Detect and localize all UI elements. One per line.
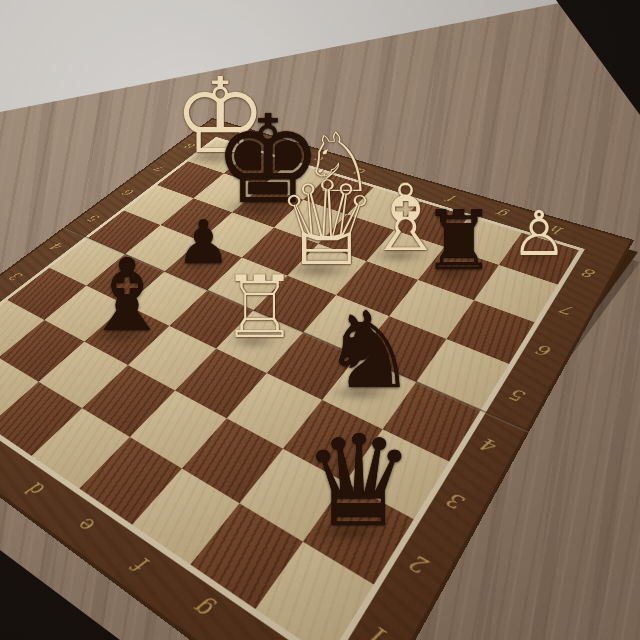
- rank-label-left-6: 6: [120, 188, 137, 199]
- rank-label-right-6: 6: [535, 342, 555, 361]
- rank-label-right-3: 3: [445, 489, 470, 516]
- piece-black-rook-g7: ♜: [422, 200, 496, 282]
- rank-label-right-4: 4: [478, 435, 501, 459]
- rank-label-right-8: 8: [581, 266, 599, 281]
- file-label-near-c: c: [0, 447, 3, 469]
- piece-black-bishop-c3: ♝: [82, 246, 172, 346]
- rank-label-left-7: 7: [152, 164, 169, 174]
- rank-label-left-5: 5: [85, 213, 103, 225]
- rank-label-right-5: 5: [508, 386, 530, 407]
- rank-label-left-4: 4: [47, 241, 66, 254]
- file-label-near-f: f: [129, 553, 154, 579]
- piece-white-rook-e4: ♖: [221, 265, 298, 351]
- rank-label-right-7: 7: [559, 302, 578, 319]
- rank-label-right-1: 1: [364, 621, 393, 640]
- piece-white-pawn-h8: ♙: [511, 203, 567, 265]
- piece-black-queen-h2: ♛: [302, 420, 415, 546]
- piece-black-knight-g4: ♞: [322, 298, 417, 404]
- file-label-near-d: d: [22, 478, 49, 502]
- file-label-near-g: g: [189, 595, 219, 627]
- scene: aa88bb77cc66dd55ee44ff33gg22hh11 ♔♘♙♚♗♜♕…: [0, 0, 640, 640]
- rank-label-left-3: 3: [6, 270, 26, 284]
- file-label-near-e: e: [72, 513, 99, 539]
- file-label-far-g: g: [494, 208, 511, 221]
